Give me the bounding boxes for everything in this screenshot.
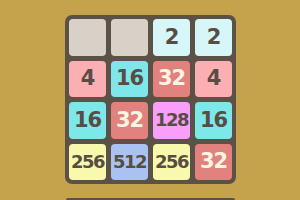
- next-board-top-edge: [66, 198, 235, 200]
- tile-32-r4c4: 32: [195, 144, 232, 181]
- tile-2-r1c4: 2: [195, 19, 232, 56]
- board-2048[interactable]: 2241632416321281625651225632: [65, 15, 236, 184]
- tile-512-r4c2: 512: [111, 144, 148, 181]
- tile-16-r3c4: 16: [195, 102, 232, 139]
- tile-32-r2c3: 32: [153, 61, 190, 98]
- tile-2-r1c3: 2: [153, 19, 190, 56]
- empty-cell-r1c1: [69, 19, 106, 56]
- tile-256-r4c1: 256: [69, 144, 106, 181]
- tile-128-r3c3: 128: [153, 102, 190, 139]
- tile-16-r2c2: 16: [111, 61, 148, 98]
- tile-32-r3c2: 32: [111, 102, 148, 139]
- game-background: 2241632416321281625651225632: [0, 0, 300, 200]
- empty-cell-r1c2: [111, 19, 148, 56]
- tile-16-r3c1: 16: [69, 102, 106, 139]
- tile-256-r4c3: 256: [153, 144, 190, 181]
- tile-4-r2c1: 4: [69, 61, 106, 98]
- tile-4-r2c4: 4: [195, 61, 232, 98]
